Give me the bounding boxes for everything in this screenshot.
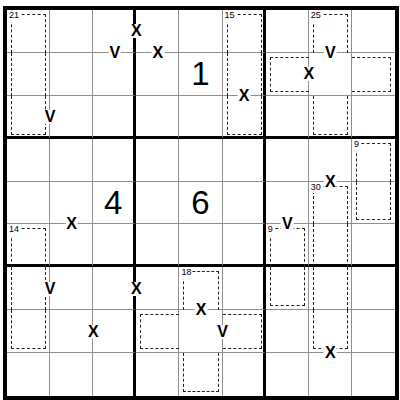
cell-r7c2[interactable] (50, 267, 93, 310)
cell-r4c1[interactable] (7, 139, 50, 182)
cell-r4c4[interactable] (136, 139, 179, 182)
cell-r3c1[interactable] (7, 96, 50, 139)
cell-r9c5[interactable] (179, 353, 222, 396)
cell-r2c9[interactable] (352, 53, 395, 96)
cell-r6c4[interactable] (136, 224, 179, 267)
cell-r1c1[interactable] (7, 10, 50, 53)
cell-r4c2[interactable] (50, 139, 93, 182)
cell-r7c3[interactable] (93, 267, 136, 310)
cell-r7c4[interactable] (136, 267, 179, 310)
cell-r7c6[interactable] (223, 267, 266, 310)
cell-r8c5[interactable] (179, 310, 222, 353)
cell-r6c7[interactable] (266, 224, 309, 267)
given-digit: 1 (191, 57, 209, 90)
cell-r5c7[interactable] (266, 182, 309, 225)
cell-r3c8[interactable] (309, 96, 352, 139)
cell-r4c3[interactable] (93, 139, 136, 182)
cell-r1c6[interactable] (223, 10, 266, 53)
cell-r3c4[interactable] (136, 96, 179, 139)
cell-r5c5[interactable]: 6 (179, 182, 222, 225)
cell-r8c9[interactable] (352, 310, 395, 353)
cell-r2c2[interactable] (50, 53, 93, 96)
cell-r5c8[interactable] (309, 182, 352, 225)
cell-r2c8[interactable] (309, 53, 352, 96)
cell-r1c2[interactable] (50, 10, 93, 53)
cell-r2c6[interactable] (223, 53, 266, 96)
cell-r3c5[interactable] (179, 96, 222, 139)
cell-r9c9[interactable] (352, 353, 395, 396)
cell-r8c1[interactable] (7, 310, 50, 353)
cell-r1c8[interactable] (309, 10, 352, 53)
cell-r1c5[interactable] (179, 10, 222, 53)
cell-r7c9[interactable] (352, 267, 395, 310)
cell-r3c2[interactable] (50, 96, 93, 139)
cell-r5c4[interactable] (136, 182, 179, 225)
cell-r8c4[interactable] (136, 310, 179, 353)
cell-r1c3[interactable] (93, 10, 136, 53)
cell-r8c3[interactable] (93, 310, 136, 353)
cell-r9c8[interactable] (309, 353, 352, 396)
cell-r1c4[interactable] (136, 10, 179, 53)
cell-r6c6[interactable] (223, 224, 266, 267)
cell-r6c8[interactable] (309, 224, 352, 267)
cell-r8c8[interactable] (309, 310, 352, 353)
cell-r2c5[interactable]: 1 (179, 53, 222, 96)
cell-r5c1[interactable] (7, 182, 50, 225)
cell-r7c8[interactable] (309, 267, 352, 310)
cell-r8c6[interactable] (223, 310, 266, 353)
killer-sudoku-board: 146 21152593091418XVXVXXVXXVVXXXVX (3, 6, 399, 400)
sudoku-grid: 146 (7, 10, 395, 396)
cell-r5c3[interactable]: 4 (93, 182, 136, 225)
cell-r7c7[interactable] (266, 267, 309, 310)
cell-r3c3[interactable] (93, 96, 136, 139)
cell-r4c5[interactable] (179, 139, 222, 182)
cell-r5c2[interactable] (50, 182, 93, 225)
cell-r4c8[interactable] (309, 139, 352, 182)
cell-r9c4[interactable] (136, 353, 179, 396)
cell-r2c3[interactable] (93, 53, 136, 96)
cell-r2c1[interactable] (7, 53, 50, 96)
cell-r8c2[interactable] (50, 310, 93, 353)
cell-r1c9[interactable] (352, 10, 395, 53)
cell-r4c7[interactable] (266, 139, 309, 182)
cell-r7c5[interactable] (179, 267, 222, 310)
cell-r5c9[interactable] (352, 182, 395, 225)
cell-r3c6[interactable] (223, 96, 266, 139)
cell-r4c6[interactable] (223, 139, 266, 182)
cell-r6c5[interactable] (179, 224, 222, 267)
cell-r5c6[interactable] (223, 182, 266, 225)
cell-r7c1[interactable] (7, 267, 50, 310)
cell-r6c2[interactable] (50, 224, 93, 267)
cell-r4c9[interactable] (352, 139, 395, 182)
cell-r9c6[interactable] (223, 353, 266, 396)
cell-r8c7[interactable] (266, 310, 309, 353)
cell-r9c2[interactable] (50, 353, 93, 396)
cell-r6c3[interactable] (93, 224, 136, 267)
cell-r6c1[interactable] (7, 224, 50, 267)
given-digit: 4 (104, 186, 122, 219)
cell-r6c9[interactable] (352, 224, 395, 267)
cell-r2c7[interactable] (266, 53, 309, 96)
cell-r9c3[interactable] (93, 353, 136, 396)
cell-r9c1[interactable] (7, 353, 50, 396)
cell-r2c4[interactable] (136, 53, 179, 96)
cell-r1c7[interactable] (266, 10, 309, 53)
cell-r3c9[interactable] (352, 96, 395, 139)
cell-r3c7[interactable] (266, 96, 309, 139)
cell-r9c7[interactable] (266, 353, 309, 396)
given-digit: 6 (191, 186, 209, 219)
